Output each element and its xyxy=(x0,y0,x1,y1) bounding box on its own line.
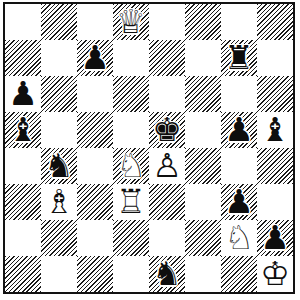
piece-glyph: ♞ xyxy=(149,256,185,292)
square-e2[interactable] xyxy=(149,220,185,256)
square-a8[interactable] xyxy=(5,4,41,40)
black-rook-g7: ♜♜ xyxy=(221,40,257,76)
square-h4[interactable] xyxy=(257,148,293,184)
square-g6[interactable] xyxy=(221,76,257,112)
square-b4[interactable]: ♞♞ xyxy=(41,148,77,184)
square-c2[interactable] xyxy=(77,220,113,256)
white-knight-g2: ♞♘ xyxy=(221,220,257,256)
chess-diagram-page: ♛♕♟♟♜♜♟♟♝♝♚♚♟♟♝♝♞♞♞♘♟♙♝♗♜♖♟♟♞♘♟♟♞♞♚♔ xyxy=(0,0,300,300)
square-g3[interactable]: ♟♟ xyxy=(221,184,257,220)
square-d2[interactable] xyxy=(113,220,149,256)
square-f5[interactable] xyxy=(185,112,221,148)
piece-glyph: ♚ xyxy=(149,112,185,148)
square-h3[interactable] xyxy=(257,184,293,220)
white-knight-d4: ♞♘ xyxy=(113,148,149,184)
black-pawn-h2: ♟♟ xyxy=(257,220,293,256)
white-queen-d8: ♛♕ xyxy=(113,4,149,40)
square-g8[interactable] xyxy=(221,4,257,40)
square-g4[interactable] xyxy=(221,148,257,184)
piece-glyph: ♟ xyxy=(221,112,257,148)
piece-glyph: ♔ xyxy=(257,256,293,292)
chess-board: ♛♕♟♟♜♜♟♟♝♝♚♚♟♟♝♝♞♞♞♘♟♙♝♗♜♖♟♟♞♘♟♟♞♞♚♔ xyxy=(3,2,295,294)
square-e4[interactable]: ♟♙ xyxy=(149,148,185,184)
black-pawn-c7: ♟♟ xyxy=(77,40,113,76)
piece-glyph: ♘ xyxy=(113,148,149,184)
square-f2[interactable] xyxy=(185,220,221,256)
square-b6[interactable] xyxy=(41,76,77,112)
square-f8[interactable] xyxy=(185,4,221,40)
square-g7[interactable]: ♜♜ xyxy=(221,40,257,76)
piece-glyph: ♜ xyxy=(221,40,257,76)
square-c7[interactable]: ♟♟ xyxy=(77,40,113,76)
black-knight-b4: ♞♞ xyxy=(41,148,77,184)
square-e7[interactable] xyxy=(149,40,185,76)
square-d3[interactable]: ♜♖ xyxy=(113,184,149,220)
square-h2[interactable]: ♟♟ xyxy=(257,220,293,256)
piece-glyph: ♗ xyxy=(41,184,77,220)
square-c1[interactable] xyxy=(77,256,113,292)
square-h8[interactable] xyxy=(257,4,293,40)
black-king-e5: ♚♚ xyxy=(149,112,185,148)
square-g5[interactable]: ♟♟ xyxy=(221,112,257,148)
black-bishop-h5: ♝♝ xyxy=(257,112,293,148)
piece-glyph: ♝ xyxy=(5,112,41,148)
square-a1[interactable] xyxy=(5,256,41,292)
square-b5[interactable] xyxy=(41,112,77,148)
white-rook-d3: ♜♖ xyxy=(113,184,149,220)
black-knight-e1: ♞♞ xyxy=(149,256,185,292)
square-b1[interactable] xyxy=(41,256,77,292)
square-h7[interactable] xyxy=(257,40,293,76)
black-bishop-a5: ♝♝ xyxy=(5,112,41,148)
square-a3[interactable] xyxy=(5,184,41,220)
square-b8[interactable] xyxy=(41,4,77,40)
square-d1[interactable] xyxy=(113,256,149,292)
square-f7[interactable] xyxy=(185,40,221,76)
square-f6[interactable] xyxy=(185,76,221,112)
white-bishop-b3: ♝♗ xyxy=(41,184,77,220)
square-e1[interactable]: ♞♞ xyxy=(149,256,185,292)
square-b7[interactable] xyxy=(41,40,77,76)
square-e3[interactable] xyxy=(149,184,185,220)
square-a4[interactable] xyxy=(5,148,41,184)
piece-glyph: ♟ xyxy=(257,220,293,256)
square-d6[interactable] xyxy=(113,76,149,112)
black-pawn-a6: ♟♟ xyxy=(5,76,41,112)
black-pawn-g5: ♟♟ xyxy=(221,112,257,148)
square-h1[interactable]: ♚♔ xyxy=(257,256,293,292)
square-f3[interactable] xyxy=(185,184,221,220)
square-f4[interactable] xyxy=(185,148,221,184)
square-g1[interactable] xyxy=(221,256,257,292)
square-h6[interactable] xyxy=(257,76,293,112)
piece-glyph: ♘ xyxy=(221,220,257,256)
square-d7[interactable] xyxy=(113,40,149,76)
square-a6[interactable]: ♟♟ xyxy=(5,76,41,112)
white-pawn-e4: ♟♙ xyxy=(149,148,185,184)
piece-glyph: ♞ xyxy=(41,148,77,184)
piece-glyph: ♝ xyxy=(257,112,293,148)
square-d5[interactable] xyxy=(113,112,149,148)
square-e5[interactable]: ♚♚ xyxy=(149,112,185,148)
square-e6[interactable] xyxy=(149,76,185,112)
square-a2[interactable] xyxy=(5,220,41,256)
square-c8[interactable] xyxy=(77,4,113,40)
square-h5[interactable]: ♝♝ xyxy=(257,112,293,148)
square-d8[interactable]: ♛♕ xyxy=(113,4,149,40)
black-pawn-g3: ♟♟ xyxy=(221,184,257,220)
piece-glyph: ♕ xyxy=(113,4,149,40)
square-b3[interactable]: ♝♗ xyxy=(41,184,77,220)
square-c6[interactable] xyxy=(77,76,113,112)
square-a7[interactable] xyxy=(5,40,41,76)
square-b2[interactable] xyxy=(41,220,77,256)
piece-glyph: ♙ xyxy=(149,148,185,184)
square-c5[interactable] xyxy=(77,112,113,148)
square-g2[interactable]: ♞♘ xyxy=(221,220,257,256)
square-d4[interactable]: ♞♘ xyxy=(113,148,149,184)
piece-glyph: ♟ xyxy=(5,76,41,112)
square-f1[interactable] xyxy=(185,256,221,292)
piece-glyph: ♟ xyxy=(221,184,257,220)
square-c3[interactable] xyxy=(77,184,113,220)
square-c4[interactable] xyxy=(77,148,113,184)
white-king-h1: ♚♔ xyxy=(257,256,293,292)
square-e8[interactable] xyxy=(149,4,185,40)
square-a5[interactable]: ♝♝ xyxy=(5,112,41,148)
piece-glyph: ♟ xyxy=(77,40,113,76)
piece-glyph: ♖ xyxy=(113,184,149,220)
